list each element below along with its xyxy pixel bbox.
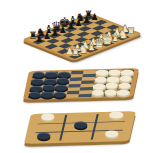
product-photo-scene: ♜♟♞♟♝♟♚♟♛♟♟♝♜♟♟♞♞♟♟♜♝♟♟♚♟♛♟♝♟♞♟♜ — [0, 0, 160, 153]
ttt-grid-line-vertical — [91, 114, 99, 140]
tictactoe-piece-black — [74, 122, 88, 129]
tictactoe-piece-white — [109, 112, 123, 119]
ttt-grid-line-vertical — [59, 115, 67, 141]
tictactoe-piece-black — [37, 133, 51, 140]
tictactoe-piece-white — [105, 131, 119, 138]
tictactoe-piece-white — [41, 114, 55, 121]
tictactoe-board-group — [0, 0, 160, 153]
